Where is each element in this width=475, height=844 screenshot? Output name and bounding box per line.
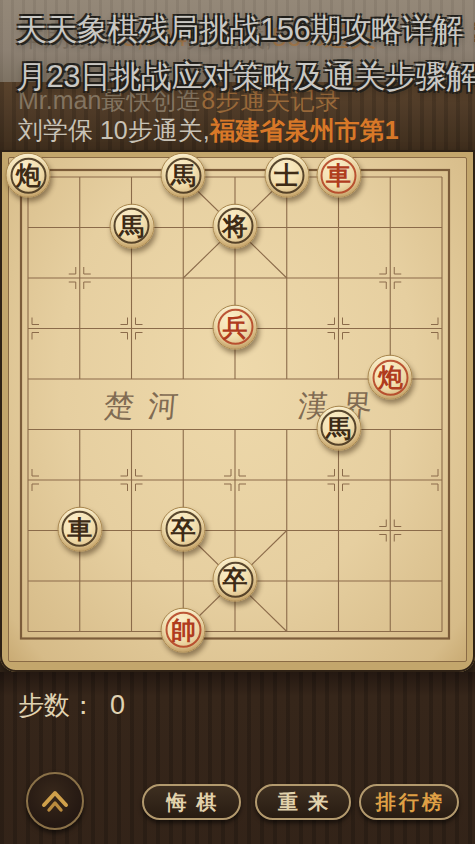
player-rank: 福建省泉州市第1 [210,116,399,144]
app-screen: 本期累计3,904人挑战,56%通关 Mr.man最快创造8步通关记录 刘学保 … [0,0,475,844]
record-highlight: 8步通关记录 [201,86,340,114]
restart-button[interactable]: 重来 [255,784,351,820]
piece-black-chariot[interactable]: 車 [57,506,102,551]
piece-black-soldier[interactable]: 卒 [161,506,206,551]
fastest-record-text: Mr.man最快创造8步通关记录 [18,84,340,117]
step-counter: 步数：0 [18,688,125,723]
xiangqi-board[interactable]: 楚河 漢界 炮馬士車馬将兵炮馬車卒卒帥 [0,150,475,672]
piece-glyph: 士 [274,163,299,188]
piece-glyph: 炮 [16,163,41,188]
piece-black-advisor[interactable]: 士 [264,153,309,198]
stats-mid: 人挑战, [187,22,272,52]
stats-prefix: 本期累计 [18,22,122,52]
piece-glyph: 馬 [326,415,351,440]
step-counter-value: 0 [110,690,125,720]
piece-glyph: 卒 [171,516,196,541]
piece-black-general[interactable]: 将 [213,203,258,248]
piece-black-horse[interactable]: 馬 [161,153,206,198]
header-band: Mr.man最快创造8步通关记录 刘学保 10步通关,福建省泉州市第1 [0,82,475,150]
piece-red-soldier[interactable]: 兵 [213,304,258,349]
piece-glyph: 帥 [171,617,196,642]
leaderboard-button[interactable]: 排行榜 [359,784,459,820]
player-record: 刘学保 10步通关, [18,116,210,144]
stats-rate: 56%通关 [272,22,376,52]
top-band: 本期累计3,904人挑战,56%通关 [0,0,475,82]
piece-glyph: 車 [67,516,92,541]
piece-black-soldier[interactable]: 卒 [213,557,258,602]
piece-glyph: 卒 [223,567,248,592]
chevron-up-icon [40,788,70,814]
record-prefix: Mr.man最快创造 [18,86,201,114]
piece-glyph: 兵 [223,314,248,339]
piece-black-cannon[interactable]: 炮 [6,153,51,198]
expand-button[interactable] [26,772,84,830]
piece-glyph: 将 [223,213,248,238]
piece-black-horse[interactable]: 馬 [316,405,361,450]
undo-button[interactable]: 悔棋 [142,784,241,820]
step-counter-label: 步数： [18,690,96,720]
piece-red-cannon[interactable]: 炮 [368,355,413,400]
piece-glyph: 馬 [119,213,144,238]
player-record-row: 刘学保 10步通关,福建省泉州市第1 [18,114,399,147]
piece-glyph: 馬 [171,163,196,188]
challenge-stats-text: 本期累计3,904人挑战,56%通关 [18,20,376,55]
piece-glyph: 炮 [378,365,403,390]
piece-red-chariot[interactable]: 車 [316,153,361,198]
bottom-panel: 步数：0 悔棋 重来 排行榜 [0,672,475,844]
piece-black-horse[interactable]: 馬 [109,203,154,248]
piece-glyph: 車 [326,163,351,188]
piece-red-general[interactable]: 帥 [161,607,206,652]
stats-number: 3,904 [122,22,187,52]
